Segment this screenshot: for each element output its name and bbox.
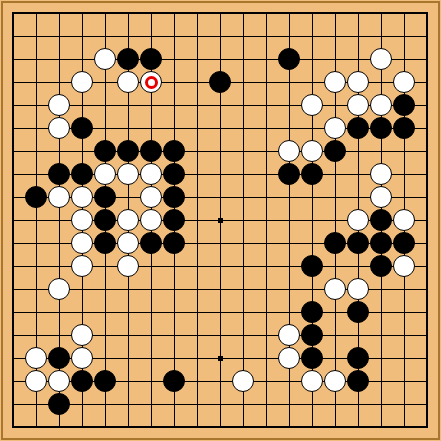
stone-black bbox=[94, 140, 116, 162]
stone-white bbox=[117, 71, 139, 93]
stone-white bbox=[71, 186, 93, 208]
stone-black bbox=[163, 209, 185, 231]
grid-vline bbox=[426, 12, 428, 428]
stone-white bbox=[71, 347, 93, 369]
stone-white bbox=[71, 255, 93, 277]
stone-black bbox=[209, 71, 231, 93]
stone-black bbox=[301, 301, 323, 323]
stone-white bbox=[48, 370, 70, 392]
grid-hline bbox=[12, 426, 428, 428]
stone-white bbox=[370, 186, 392, 208]
stone-white bbox=[278, 324, 300, 346]
stone-black bbox=[94, 209, 116, 231]
stone-black bbox=[370, 209, 392, 231]
stone-black bbox=[347, 301, 369, 323]
stone-white bbox=[278, 140, 300, 162]
grid-vline bbox=[243, 12, 244, 428]
stone-white bbox=[140, 163, 162, 185]
stone-black bbox=[370, 232, 392, 254]
stone-white bbox=[48, 186, 70, 208]
stone-white bbox=[370, 163, 392, 185]
stone-black bbox=[71, 370, 93, 392]
stone-white bbox=[25, 370, 47, 392]
stone-black bbox=[48, 347, 70, 369]
stone-black bbox=[393, 117, 415, 139]
stone-black bbox=[278, 48, 300, 70]
stone-black bbox=[117, 140, 139, 162]
stone-white bbox=[278, 347, 300, 369]
stone-white bbox=[71, 232, 93, 254]
stone-white bbox=[301, 140, 323, 162]
stone-white bbox=[301, 94, 323, 116]
stone-black bbox=[347, 370, 369, 392]
stone-white bbox=[117, 232, 139, 254]
stone-white bbox=[25, 347, 47, 369]
stone-black bbox=[140, 48, 162, 70]
stone-white bbox=[232, 370, 254, 392]
stone-white bbox=[324, 117, 346, 139]
hoshi-point bbox=[218, 356, 223, 361]
stone-black bbox=[278, 163, 300, 185]
stone-black bbox=[163, 186, 185, 208]
stone-black bbox=[324, 140, 346, 162]
stone-black bbox=[94, 232, 116, 254]
hoshi-point bbox=[218, 218, 223, 223]
stone-white bbox=[393, 255, 415, 277]
stone-white bbox=[140, 186, 162, 208]
stone-black bbox=[25, 186, 47, 208]
stone-white bbox=[140, 209, 162, 231]
stone-black bbox=[163, 163, 185, 185]
stone-white bbox=[301, 370, 323, 392]
stone-white bbox=[48, 278, 70, 300]
stone-black bbox=[393, 94, 415, 116]
stone-white bbox=[94, 48, 116, 70]
stone-black bbox=[48, 393, 70, 415]
stone-white bbox=[347, 209, 369, 231]
stone-black bbox=[347, 117, 369, 139]
stone-black bbox=[94, 370, 116, 392]
stone-black bbox=[140, 232, 162, 254]
stone-black bbox=[393, 232, 415, 254]
stone-black bbox=[301, 163, 323, 185]
stone-black bbox=[301, 347, 323, 369]
stone-white bbox=[347, 71, 369, 93]
stone-white bbox=[324, 278, 346, 300]
stone-white bbox=[347, 94, 369, 116]
stone-black bbox=[370, 255, 392, 277]
stone-white bbox=[71, 209, 93, 231]
stone-white bbox=[117, 209, 139, 231]
stone-white bbox=[370, 94, 392, 116]
stone-white bbox=[140, 71, 162, 93]
stone-white bbox=[117, 255, 139, 277]
stone-black bbox=[48, 163, 70, 185]
stone-black bbox=[347, 347, 369, 369]
stone-white bbox=[94, 163, 116, 185]
stone-black bbox=[140, 140, 162, 162]
stone-white bbox=[71, 71, 93, 93]
stone-black bbox=[117, 48, 139, 70]
stone-white bbox=[71, 324, 93, 346]
stone-black bbox=[71, 163, 93, 185]
grid-vline bbox=[266, 12, 267, 428]
stone-black bbox=[163, 370, 185, 392]
stone-white bbox=[324, 370, 346, 392]
stone-white bbox=[393, 71, 415, 93]
stone-black bbox=[163, 140, 185, 162]
grid-hline bbox=[12, 404, 428, 405]
stone-black bbox=[71, 117, 93, 139]
stone-white bbox=[370, 48, 392, 70]
stone-black bbox=[163, 232, 185, 254]
stone-white bbox=[324, 71, 346, 93]
stone-black bbox=[301, 324, 323, 346]
stone-black bbox=[94, 186, 116, 208]
stone-white bbox=[48, 94, 70, 116]
stone-black bbox=[370, 117, 392, 139]
stone-black bbox=[347, 232, 369, 254]
stone-white bbox=[117, 163, 139, 185]
go-board bbox=[0, 0, 441, 441]
stone-white bbox=[393, 209, 415, 231]
stone-black bbox=[301, 255, 323, 277]
stone-white bbox=[347, 278, 369, 300]
stone-black bbox=[324, 232, 346, 254]
last-move-marker bbox=[145, 76, 158, 89]
stone-white bbox=[48, 117, 70, 139]
